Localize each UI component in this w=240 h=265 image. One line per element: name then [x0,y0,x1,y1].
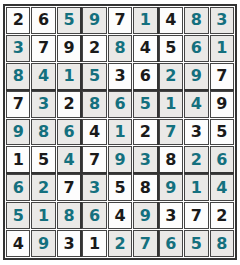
cell-r6c6[interactable]: 3 [133,146,157,173]
cell-r8c5[interactable]: 4 [108,202,132,229]
cell-r1c3[interactable]: 5 [57,7,81,34]
cell-r5c1[interactable]: 9 [6,119,30,146]
cell-r6c3[interactable]: 4 [57,146,81,173]
cell-r1c5[interactable]: 7 [108,7,132,34]
cell-r6c5[interactable]: 9 [108,146,132,173]
cell-r4c3[interactable]: 2 [57,91,81,118]
cell-r5c9[interactable]: 5 [210,119,234,146]
cell-r3c1[interactable]: 8 [6,63,30,90]
cell-r2c6[interactable]: 4 [133,35,157,62]
cell-r9c1[interactable]: 4 [6,230,30,257]
cell-r2c8[interactable]: 6 [184,35,208,62]
cell-r4c2[interactable]: 3 [31,91,55,118]
sudoku-board: 2659714833792845618415362977328651499864… [3,4,237,260]
cell-r3c8[interactable]: 9 [184,63,208,90]
cell-r8c1[interactable]: 5 [6,202,30,229]
cell-r9c5[interactable]: 2 [108,230,132,257]
cell-r9c9[interactable]: 8 [210,230,234,257]
cell-r8c6[interactable]: 9 [133,202,157,229]
cell-r4c5[interactable]: 6 [108,91,132,118]
cell-r5c8[interactable]: 3 [184,119,208,146]
cell-r3c3[interactable]: 1 [57,63,81,90]
cell-r5c7[interactable]: 7 [159,119,183,146]
cell-r8c2[interactable]: 1 [31,202,55,229]
cell-r1c8[interactable]: 8 [184,7,208,34]
cell-r9c2[interactable]: 9 [31,230,55,257]
cell-r4c1[interactable]: 7 [6,91,30,118]
cell-r9c3[interactable]: 3 [57,230,81,257]
cell-r7c9[interactable]: 4 [210,174,234,201]
cell-r1c6[interactable]: 1 [133,7,157,34]
cell-r2c4[interactable]: 2 [82,35,106,62]
cell-r1c2[interactable]: 6 [31,7,55,34]
cell-r9c4[interactable]: 1 [82,230,106,257]
cell-r5c2[interactable]: 8 [31,119,55,146]
cell-r4c6[interactable]: 5 [133,91,157,118]
cell-r4c8[interactable]: 4 [184,91,208,118]
cell-r3c4[interactable]: 5 [82,63,106,90]
cell-r6c7[interactable]: 8 [159,146,183,173]
cell-r4c9[interactable]: 9 [210,91,234,118]
cell-r6c8[interactable]: 2 [184,146,208,173]
cell-r8c8[interactable]: 7 [184,202,208,229]
cell-r4c4[interactable]: 8 [82,91,106,118]
cell-r7c2[interactable]: 2 [31,174,55,201]
cell-r7c1[interactable]: 6 [6,174,30,201]
cell-r3c5[interactable]: 3 [108,63,132,90]
cell-r9c7[interactable]: 6 [159,230,183,257]
cell-r1c7[interactable]: 4 [159,7,183,34]
cell-r1c1[interactable]: 2 [6,7,30,34]
cell-r5c3[interactable]: 6 [57,119,81,146]
cell-r2c2[interactable]: 7 [31,35,55,62]
cell-r7c4[interactable]: 3 [82,174,106,201]
cell-r2c7[interactable]: 5 [159,35,183,62]
cell-r7c5[interactable]: 5 [108,174,132,201]
cell-r9c8[interactable]: 5 [184,230,208,257]
cell-r6c9[interactable]: 6 [210,146,234,173]
cell-r5c5[interactable]: 1 [108,119,132,146]
cell-r3c2[interactable]: 4 [31,63,55,90]
cell-r5c6[interactable]: 2 [133,119,157,146]
cell-r7c8[interactable]: 1 [184,174,208,201]
cell-r7c3[interactable]: 7 [57,174,81,201]
cell-r2c5[interactable]: 8 [108,35,132,62]
cell-r2c1[interactable]: 3 [6,35,30,62]
cell-r3c9[interactable]: 7 [210,63,234,90]
cell-r6c2[interactable]: 5 [31,146,55,173]
cell-r9c6[interactable]: 7 [133,230,157,257]
cell-r8c9[interactable]: 2 [210,202,234,229]
cell-r1c4[interactable]: 9 [82,7,106,34]
cell-r7c7[interactable]: 9 [159,174,183,201]
cell-r2c3[interactable]: 9 [57,35,81,62]
cell-r6c4[interactable]: 7 [82,146,106,173]
cell-r4c7[interactable]: 1 [159,91,183,118]
cell-r3c6[interactable]: 6 [133,63,157,90]
cell-r5c4[interactable]: 4 [82,119,106,146]
cell-r2c9[interactable]: 1 [210,35,234,62]
cell-r3c7[interactable]: 2 [159,63,183,90]
cell-r7c6[interactable]: 8 [133,174,157,201]
cell-r6c1[interactable]: 1 [6,146,30,173]
cell-r8c7[interactable]: 3 [159,202,183,229]
cell-r8c3[interactable]: 8 [57,202,81,229]
cell-r8c4[interactable]: 6 [82,202,106,229]
cell-r1c9[interactable]: 3 [210,7,234,34]
